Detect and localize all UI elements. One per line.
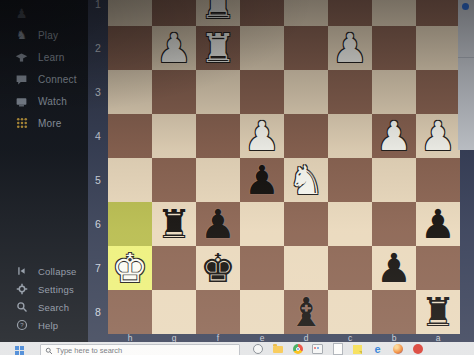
sidebar-item-collapse[interactable]: Collapse — [0, 262, 88, 280]
windows-taskbar: Type here to search e — [0, 342, 474, 355]
square-h7[interactable]: ♚ — [108, 246, 152, 290]
sidebar-item-label: More — [38, 118, 62, 129]
rank-label-6: 6 — [88, 202, 108, 246]
sidebar-item-watch[interactable]: Watch — [0, 90, 88, 112]
file-label-d: d — [284, 334, 328, 342]
sidebar-item-learn[interactable]: Learn — [0, 46, 88, 68]
square-b1[interactable] — [372, 0, 416, 26]
search-placeholder: Type here to search — [56, 346, 122, 355]
square-f1[interactable]: ♜ — [196, 0, 240, 26]
search-icon — [14, 300, 29, 315]
black-bishop-d8[interactable]: ♝ — [284, 290, 328, 334]
sidebar-item-settings[interactable]: Settings — [0, 280, 88, 298]
chat-bubble-icon — [14, 72, 29, 87]
svg-text:?: ? — [20, 322, 24, 328]
right-scrollbar-panel[interactable] — [458, 0, 474, 150]
document-icon[interactable] — [332, 344, 343, 355]
square-b3[interactable] — [372, 70, 416, 114]
chesscom-pawn-logo: ♟ — [14, 6, 29, 21]
white-pawn-g2[interactable]: ♟ — [152, 26, 196, 70]
square-c5[interactable] — [328, 158, 372, 202]
square-d4[interactable] — [284, 114, 328, 158]
square-a5[interactable] — [416, 158, 460, 202]
board-rank-coordinates: 12345678 — [88, 0, 108, 342]
square-e1[interactable] — [240, 0, 284, 26]
square-e4[interactable]: ♟ — [240, 114, 284, 158]
square-h5[interactable] — [108, 158, 152, 202]
square-c6[interactable] — [328, 202, 372, 246]
file-label-a: a — [416, 334, 460, 342]
left-navigation-sidebar: ♟♞PlayLearnConnectWatchMore CollapseSett… — [0, 0, 88, 342]
square-f4[interactable] — [196, 114, 240, 158]
white-king-h7[interactable]: ♚ — [108, 246, 152, 290]
watch-tv-icon — [14, 94, 29, 109]
cortana-icon[interactable] — [252, 344, 263, 355]
rank-label-7: 7 — [88, 246, 108, 290]
sidebar-item-search[interactable]: Search — [0, 298, 88, 316]
black-rook-g6[interactable]: ♜ — [152, 202, 196, 246]
sidebar-item-label: Watch — [38, 96, 67, 107]
sidebar-item-label: Settings — [38, 284, 74, 295]
square-e7[interactable] — [240, 246, 284, 290]
square-h8[interactable] — [108, 290, 152, 334]
sidebar-item-label: Learn — [38, 52, 65, 63]
more-grid-icon — [14, 116, 29, 131]
help-icon: ? — [14, 318, 29, 333]
square-g7[interactable] — [152, 246, 196, 290]
sidebar-item-label: Search — [38, 302, 69, 313]
square-d2[interactable] — [284, 26, 328, 70]
square-g8[interactable] — [152, 290, 196, 334]
square-d8[interactable]: ♝ — [284, 290, 328, 334]
rank-label-3: 3 — [88, 70, 108, 114]
white-pawn-b4[interactable]: ♟ — [372, 114, 416, 158]
taskbar-search-input[interactable]: Type here to search — [40, 344, 240, 355]
square-c8[interactable] — [328, 290, 372, 334]
square-f5[interactable] — [196, 158, 240, 202]
square-a3[interactable] — [416, 70, 460, 114]
file-label-c: c — [328, 334, 372, 342]
square-b7[interactable]: ♟ — [372, 246, 416, 290]
square-d7[interactable] — [284, 246, 328, 290]
square-f8[interactable] — [196, 290, 240, 334]
square-d1[interactable] — [284, 0, 328, 26]
sticky-icon[interactable] — [352, 344, 363, 355]
square-a1[interactable] — [416, 0, 460, 26]
search-icon — [45, 347, 53, 355]
white-pawn-e4[interactable]: ♟ — [240, 114, 284, 158]
square-f7[interactable]: ♚ — [196, 246, 240, 290]
black-pawn-e5[interactable]: ♟ — [240, 158, 284, 202]
rank-label-1: 1 — [88, 0, 108, 26]
square-e2[interactable] — [240, 26, 284, 70]
file-label-h: h — [108, 334, 152, 342]
black-pawn-a6[interactable]: ♟ — [416, 202, 460, 246]
square-c4[interactable] — [328, 114, 372, 158]
square-c7[interactable] — [328, 246, 372, 290]
square-g6[interactable]: ♜ — [152, 202, 196, 246]
square-g2[interactable]: ♟ — [152, 26, 196, 70]
notification-dot — [462, 3, 469, 10]
square-h3[interactable] — [108, 70, 152, 114]
black-pawn-b7[interactable]: ♟ — [372, 246, 416, 290]
square-g1[interactable] — [152, 0, 196, 26]
white-rook-f2[interactable]: ♜ — [196, 26, 240, 70]
sidebar-item-label: Help — [38, 320, 58, 331]
sidebar-item-help[interactable]: ?Help — [0, 316, 88, 334]
sidebar-item-more[interactable]: More — [0, 112, 88, 134]
square-f6[interactable]: ♟ — [196, 202, 240, 246]
square-e3[interactable] — [240, 70, 284, 114]
square-b2[interactable] — [372, 26, 416, 70]
square-d5[interactable]: ♞ — [284, 158, 328, 202]
windows-start-icon[interactable] — [15, 346, 24, 355]
sidebar-item-connect[interactable]: Connect — [0, 68, 88, 90]
gear-icon — [14, 282, 29, 297]
rank-label-2: 2 — [88, 26, 108, 70]
black-king-f7[interactable]: ♚ — [196, 246, 240, 290]
square-b4[interactable]: ♟ — [372, 114, 416, 158]
square-g3[interactable] — [152, 70, 196, 114]
sidebar-main-menu: ♟♞PlayLearnConnectWatchMore — [0, 2, 88, 134]
learn-cap-icon — [14, 50, 29, 65]
square-e8[interactable] — [240, 290, 284, 334]
taskbar-pinned-apps: e — [252, 343, 423, 355]
file-label-g: g — [152, 334, 196, 342]
black-rook-a8[interactable]: ♜ — [416, 290, 460, 334]
board-file-coordinates: hgfedcba — [108, 334, 460, 342]
white-pawn-a4[interactable]: ♟ — [416, 114, 460, 158]
sidebar-item-label: Connect — [38, 74, 77, 85]
square-g4[interactable] — [152, 114, 196, 158]
square-a4[interactable]: ♟ — [416, 114, 460, 158]
square-d3[interactable] — [284, 70, 328, 114]
square-h6[interactable] — [108, 202, 152, 246]
black-pawn-f6[interactable]: ♟ — [196, 202, 240, 246]
square-h1[interactable] — [108, 0, 152, 26]
file-label-b: b — [372, 334, 416, 342]
square-h2[interactable] — [108, 26, 152, 70]
square-b6[interactable] — [372, 202, 416, 246]
square-c1[interactable] — [328, 0, 372, 26]
file-explorer-icon[interactable] — [272, 344, 283, 355]
sidebar-item-play[interactable]: ♞Play — [0, 24, 88, 46]
square-f2[interactable]: ♜ — [196, 26, 240, 70]
square-c2[interactable]: ♟ — [328, 26, 372, 70]
rank-label-5: 5 — [88, 158, 108, 202]
rank-label-4: 4 — [88, 114, 108, 158]
square-b8[interactable] — [372, 290, 416, 334]
sidebar-item-label: Collapse — [38, 266, 77, 277]
square-c3[interactable] — [328, 70, 372, 114]
file-label-e: e — [240, 334, 284, 342]
sidebar-utility-menu: CollapseSettingsSearch?Help — [0, 262, 88, 334]
square-a2[interactable] — [416, 26, 460, 70]
white-pawn-c2[interactable]: ♟ — [328, 26, 372, 70]
square-e5[interactable]: ♟ — [240, 158, 284, 202]
white-rook-f1[interactable]: ♜ — [196, 0, 240, 26]
store-icon[interactable] — [312, 344, 323, 355]
white-knight-d5[interactable]: ♞ — [284, 158, 328, 202]
square-a7[interactable] — [416, 246, 460, 290]
chrome-icon[interactable] — [292, 344, 303, 355]
sidebar-item-label: Play — [38, 30, 58, 41]
square-d6[interactable] — [284, 202, 328, 246]
square-f3[interactable] — [196, 70, 240, 114]
firefox-icon[interactable] — [392, 344, 403, 355]
square-a8[interactable]: ♜ — [416, 290, 460, 334]
square-h4[interactable] — [108, 114, 152, 158]
rank-label-8: 8 — [88, 290, 108, 334]
edge-icon[interactable]: e — [372, 344, 383, 355]
file-label-f: f — [196, 334, 240, 342]
collapse-icon — [14, 264, 29, 279]
chess-board[interactable]: ♜♟♜♟♟♟♟♟♞♜♟♟♚♚♟♝♜ — [108, 0, 460, 334]
play-knight-icon: ♞ — [14, 28, 29, 43]
sidebar-item-logo[interactable]: ♟ — [0, 2, 88, 24]
red-icon[interactable] — [412, 344, 423, 355]
square-a6[interactable]: ♟ — [416, 202, 460, 246]
square-g5[interactable] — [152, 158, 196, 202]
square-b5[interactable] — [372, 158, 416, 202]
square-e6[interactable] — [240, 202, 284, 246]
